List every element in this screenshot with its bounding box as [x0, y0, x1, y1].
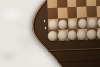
stone-piece[interactable] — [58, 20, 68, 30]
board-square[interactable] — [98, 28, 100, 39]
board-square[interactable] — [77, 18, 87, 29]
photo-scene — [0, 0, 100, 67]
board-square[interactable] — [58, 18, 68, 29]
board-square[interactable] — [77, 7, 87, 18]
board-square[interactable] — [87, 17, 97, 28]
stone-piece[interactable] — [57, 31, 67, 41]
board-square[interactable] — [48, 8, 58, 19]
checkerboard-surface — [47, 0, 100, 41]
board-square[interactable] — [97, 17, 100, 28]
stone-piece[interactable] — [77, 30, 87, 40]
stone-piece[interactable] — [87, 30, 97, 40]
stone-piece[interactable] — [47, 31, 57, 41]
stone-piece[interactable] — [88, 19, 98, 29]
stone-piece[interactable] — [67, 30, 77, 40]
board-square[interactable] — [68, 18, 78, 29]
board-square[interactable] — [87, 6, 97, 17]
stone-piece[interactable] — [68, 19, 78, 29]
hinge-pin-icon — [45, 27, 47, 29]
frame-lower-groove — [52, 60, 100, 63]
board-square[interactable] — [48, 19, 58, 30]
board-square[interactable] — [57, 7, 67, 18]
stone-piece[interactable] — [48, 20, 58, 30]
board-square[interactable] — [67, 7, 77, 18]
carved-walnut-board — [0, 0, 100, 67]
board-shadow-wrapper — [0, 0, 100, 67]
board-square[interactable] — [97, 6, 100, 17]
stone-piece[interactable] — [97, 18, 100, 28]
hinge-pin-icon — [44, 20, 46, 22]
stone-piece[interactable] — [97, 29, 100, 39]
stone-piece[interactable] — [78, 19, 88, 29]
